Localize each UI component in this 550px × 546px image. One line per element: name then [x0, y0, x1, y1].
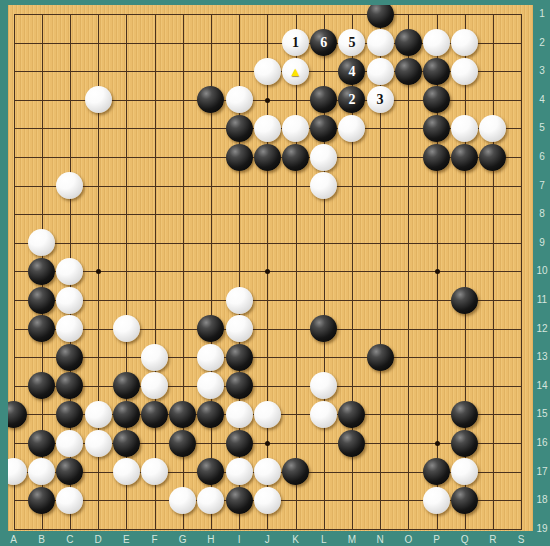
go-stone-black[interactable]: [56, 458, 83, 485]
column-label: A: [4, 533, 24, 546]
board-frame-left: [0, 0, 8, 546]
go-stone-white[interactable]: [113, 315, 140, 342]
go-stone-black[interactable]: [28, 487, 55, 514]
go-stone-white[interactable]: [113, 458, 140, 485]
go-stone-black[interactable]: [282, 458, 309, 485]
go-app-window: 165▲423 ABCDEFGHIJKLMNOPQRS1234567891011…: [0, 0, 550, 546]
go-stone-white[interactable]: [28, 229, 55, 256]
go-stone-black[interactable]: [395, 29, 422, 56]
go-stone-white[interactable]: [338, 115, 365, 142]
column-label: B: [32, 533, 52, 546]
go-stone-white[interactable]: [85, 401, 112, 428]
row-label: 5: [534, 122, 550, 134]
row-label: 16: [534, 437, 550, 449]
go-stone-white[interactable]: [310, 372, 337, 399]
row-label: 6: [534, 151, 550, 163]
row-label: 8: [534, 208, 550, 220]
row-label: 15: [534, 408, 550, 420]
column-label: N: [370, 533, 390, 546]
go-stone-white[interactable]: [56, 172, 83, 199]
go-stone-white[interactable]: [451, 115, 478, 142]
grid-line-vertical: [296, 14, 297, 530]
go-stone-white[interactable]: [56, 430, 83, 457]
star-point: [435, 441, 440, 446]
star-point: [96, 269, 101, 274]
go-stone-black[interactable]: 4: [338, 58, 365, 85]
go-stone-white[interactable]: [423, 487, 450, 514]
row-label: 12: [534, 323, 550, 335]
star-point: [265, 98, 270, 103]
go-stone-white[interactable]: [451, 458, 478, 485]
go-stone-black[interactable]: [451, 487, 478, 514]
column-label: P: [427, 533, 447, 546]
go-stone-black[interactable]: [28, 315, 55, 342]
move-number-label: 1: [292, 29, 299, 56]
column-label: I: [229, 533, 249, 546]
go-stone-black[interactable]: [282, 144, 309, 171]
go-stone-white[interactable]: [254, 115, 281, 142]
go-stone-white[interactable]: [28, 458, 55, 485]
grid-line-vertical: [493, 14, 494, 530]
go-stone-black[interactable]: [28, 258, 55, 285]
go-stone-black[interactable]: [310, 315, 337, 342]
go-stone-white[interactable]: [197, 372, 224, 399]
go-stone-white[interactable]: [226, 315, 253, 342]
go-stone-white[interactable]: [367, 29, 394, 56]
go-stone-black[interactable]: 6: [310, 29, 337, 56]
row-label: 1: [534, 8, 550, 20]
go-stone-black[interactable]: [423, 144, 450, 171]
row-label: 4: [534, 94, 550, 106]
star-point: [435, 269, 440, 274]
grid-line-vertical: [408, 14, 409, 530]
row-label: 10: [534, 265, 550, 277]
go-stone-white[interactable]: [56, 287, 83, 314]
board-frame-top: [0, 0, 550, 5]
go-stone-black[interactable]: [479, 144, 506, 171]
go-stone-black[interactable]: [226, 144, 253, 171]
go-stone-white[interactable]: [254, 487, 281, 514]
go-stone-black[interactable]: [197, 458, 224, 485]
move-number-label: 3: [377, 86, 384, 113]
go-stone-white[interactable]: [367, 58, 394, 85]
go-stone-black[interactable]: [169, 401, 196, 428]
row-label: 9: [534, 237, 550, 249]
move-number-label: 6: [320, 29, 327, 56]
go-stone-white[interactable]: [310, 172, 337, 199]
go-stone-black[interactable]: [423, 86, 450, 113]
go-stone-white[interactable]: [197, 344, 224, 371]
go-stone-black[interactable]: [56, 401, 83, 428]
row-label: 17: [534, 466, 550, 478]
go-stone-black[interactable]: [310, 86, 337, 113]
go-stone-white[interactable]: [197, 487, 224, 514]
go-stone-white[interactable]: [226, 287, 253, 314]
column-label: S: [511, 533, 531, 546]
go-stone-black[interactable]: [338, 430, 365, 457]
go-stone-white[interactable]: [56, 258, 83, 285]
go-stone-white[interactable]: [141, 344, 168, 371]
star-point: [265, 269, 270, 274]
move-number-label: 2: [348, 86, 355, 113]
column-label: O: [398, 533, 418, 546]
go-stone-white[interactable]: [451, 29, 478, 56]
column-label: C: [60, 533, 80, 546]
go-stone-black[interactable]: [226, 430, 253, 457]
go-stone-black[interactable]: [113, 401, 140, 428]
go-stone-black[interactable]: [367, 344, 394, 371]
column-label: D: [88, 533, 108, 546]
row-label: 14: [534, 380, 550, 392]
go-stone-black[interactable]: [28, 430, 55, 457]
go-stone-black[interactable]: [197, 401, 224, 428]
column-label: J: [257, 533, 277, 546]
go-stone-black[interactable]: [451, 401, 478, 428]
go-stone-black[interactable]: [395, 58, 422, 85]
go-stone-black[interactable]: [197, 86, 224, 113]
go-stone-white[interactable]: [226, 458, 253, 485]
go-stone-white[interactable]: [254, 401, 281, 428]
column-label: G: [173, 533, 193, 546]
go-stone-black[interactable]: [451, 144, 478, 171]
go-stone-black[interactable]: [226, 487, 253, 514]
column-label: K: [286, 533, 306, 546]
go-stone-white[interactable]: [56, 487, 83, 514]
go-stone-white[interactable]: [310, 401, 337, 428]
go-stone-black[interactable]: [141, 401, 168, 428]
column-label: E: [116, 533, 136, 546]
go-board[interactable]: 165▲423: [0, 0, 550, 546]
go-stone-black[interactable]: [310, 115, 337, 142]
row-label: 2: [534, 37, 550, 49]
grid-line-vertical: [155, 14, 156, 530]
grid-line-vertical: [521, 14, 522, 530]
go-stone-black[interactable]: [197, 315, 224, 342]
row-label: 18: [534, 494, 550, 506]
go-stone-white[interactable]: [479, 115, 506, 142]
go-stone-black[interactable]: [254, 144, 281, 171]
move-number-label: 5: [348, 29, 355, 56]
go-stone-black[interactable]: [28, 287, 55, 314]
column-label: H: [201, 533, 221, 546]
go-stone-white[interactable]: 1: [282, 29, 309, 56]
go-stone-black[interactable]: [451, 430, 478, 457]
go-stone-black[interactable]: [113, 372, 140, 399]
go-stone-white[interactable]: [85, 86, 112, 113]
go-stone-white[interactable]: [254, 458, 281, 485]
go-stone-white[interactable]: [226, 401, 253, 428]
go-stone-white[interactable]: 3: [367, 86, 394, 113]
go-stone-white[interactable]: [141, 458, 168, 485]
go-stone-white[interactable]: ▲: [282, 58, 309, 85]
go-stone-black[interactable]: [423, 58, 450, 85]
go-stone-white[interactable]: [85, 430, 112, 457]
row-label: 11: [534, 294, 550, 306]
column-label: Q: [455, 533, 475, 546]
go-stone-white[interactable]: [451, 58, 478, 85]
column-label: F: [145, 533, 165, 546]
go-stone-white[interactable]: [169, 487, 196, 514]
grid-line-vertical: [14, 14, 15, 530]
column-label: M: [342, 533, 362, 546]
go-stone-white[interactable]: [226, 86, 253, 113]
star-point: [265, 441, 270, 446]
go-stone-black[interactable]: [338, 401, 365, 428]
go-stone-white[interactable]: [310, 144, 337, 171]
column-label: R: [483, 533, 503, 546]
go-stone-black[interactable]: [28, 372, 55, 399]
go-stone-white[interactable]: 5: [338, 29, 365, 56]
go-stone-black[interactable]: [423, 458, 450, 485]
go-stone-black[interactable]: [226, 372, 253, 399]
go-stone-white[interactable]: [423, 29, 450, 56]
row-label: 3: [534, 65, 550, 77]
row-label: 19: [534, 523, 550, 535]
triangle-marker-icon: ▲: [289, 58, 302, 85]
go-stone-black[interactable]: [451, 287, 478, 314]
go-stone-white[interactable]: [282, 115, 309, 142]
go-stone-black[interactable]: [56, 372, 83, 399]
go-stone-white[interactable]: [141, 372, 168, 399]
move-number-label: 4: [348, 58, 355, 85]
go-stone-black[interactable]: [226, 115, 253, 142]
go-stone-black[interactable]: [113, 430, 140, 457]
go-stone-white[interactable]: [254, 58, 281, 85]
column-label: L: [314, 533, 334, 546]
row-label: 13: [534, 351, 550, 363]
row-label: 7: [534, 180, 550, 192]
go-stone-black[interactable]: [423, 115, 450, 142]
go-stone-black[interactable]: [56, 344, 83, 371]
go-stone-black[interactable]: 2: [338, 86, 365, 113]
go-stone-black[interactable]: [169, 430, 196, 457]
go-stone-black[interactable]: [226, 344, 253, 371]
go-stone-white[interactable]: [56, 315, 83, 342]
